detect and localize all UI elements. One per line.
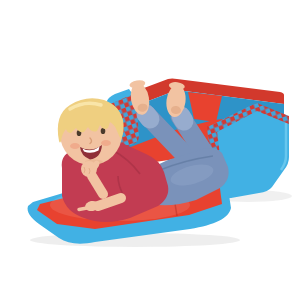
boy-right-cuff (181, 116, 184, 121)
scene-svg: Smiling blond boy lying on his tummy wit… (0, 0, 297, 297)
product-photo-canvas: Smiling blond boy lying on his tummy wit… (0, 0, 297, 297)
boy-cheek-left (70, 143, 80, 149)
boy-pointing-finger (79, 208, 87, 210)
boy-cheek-right (101, 140, 111, 146)
boy-left-cuff (146, 114, 150, 119)
